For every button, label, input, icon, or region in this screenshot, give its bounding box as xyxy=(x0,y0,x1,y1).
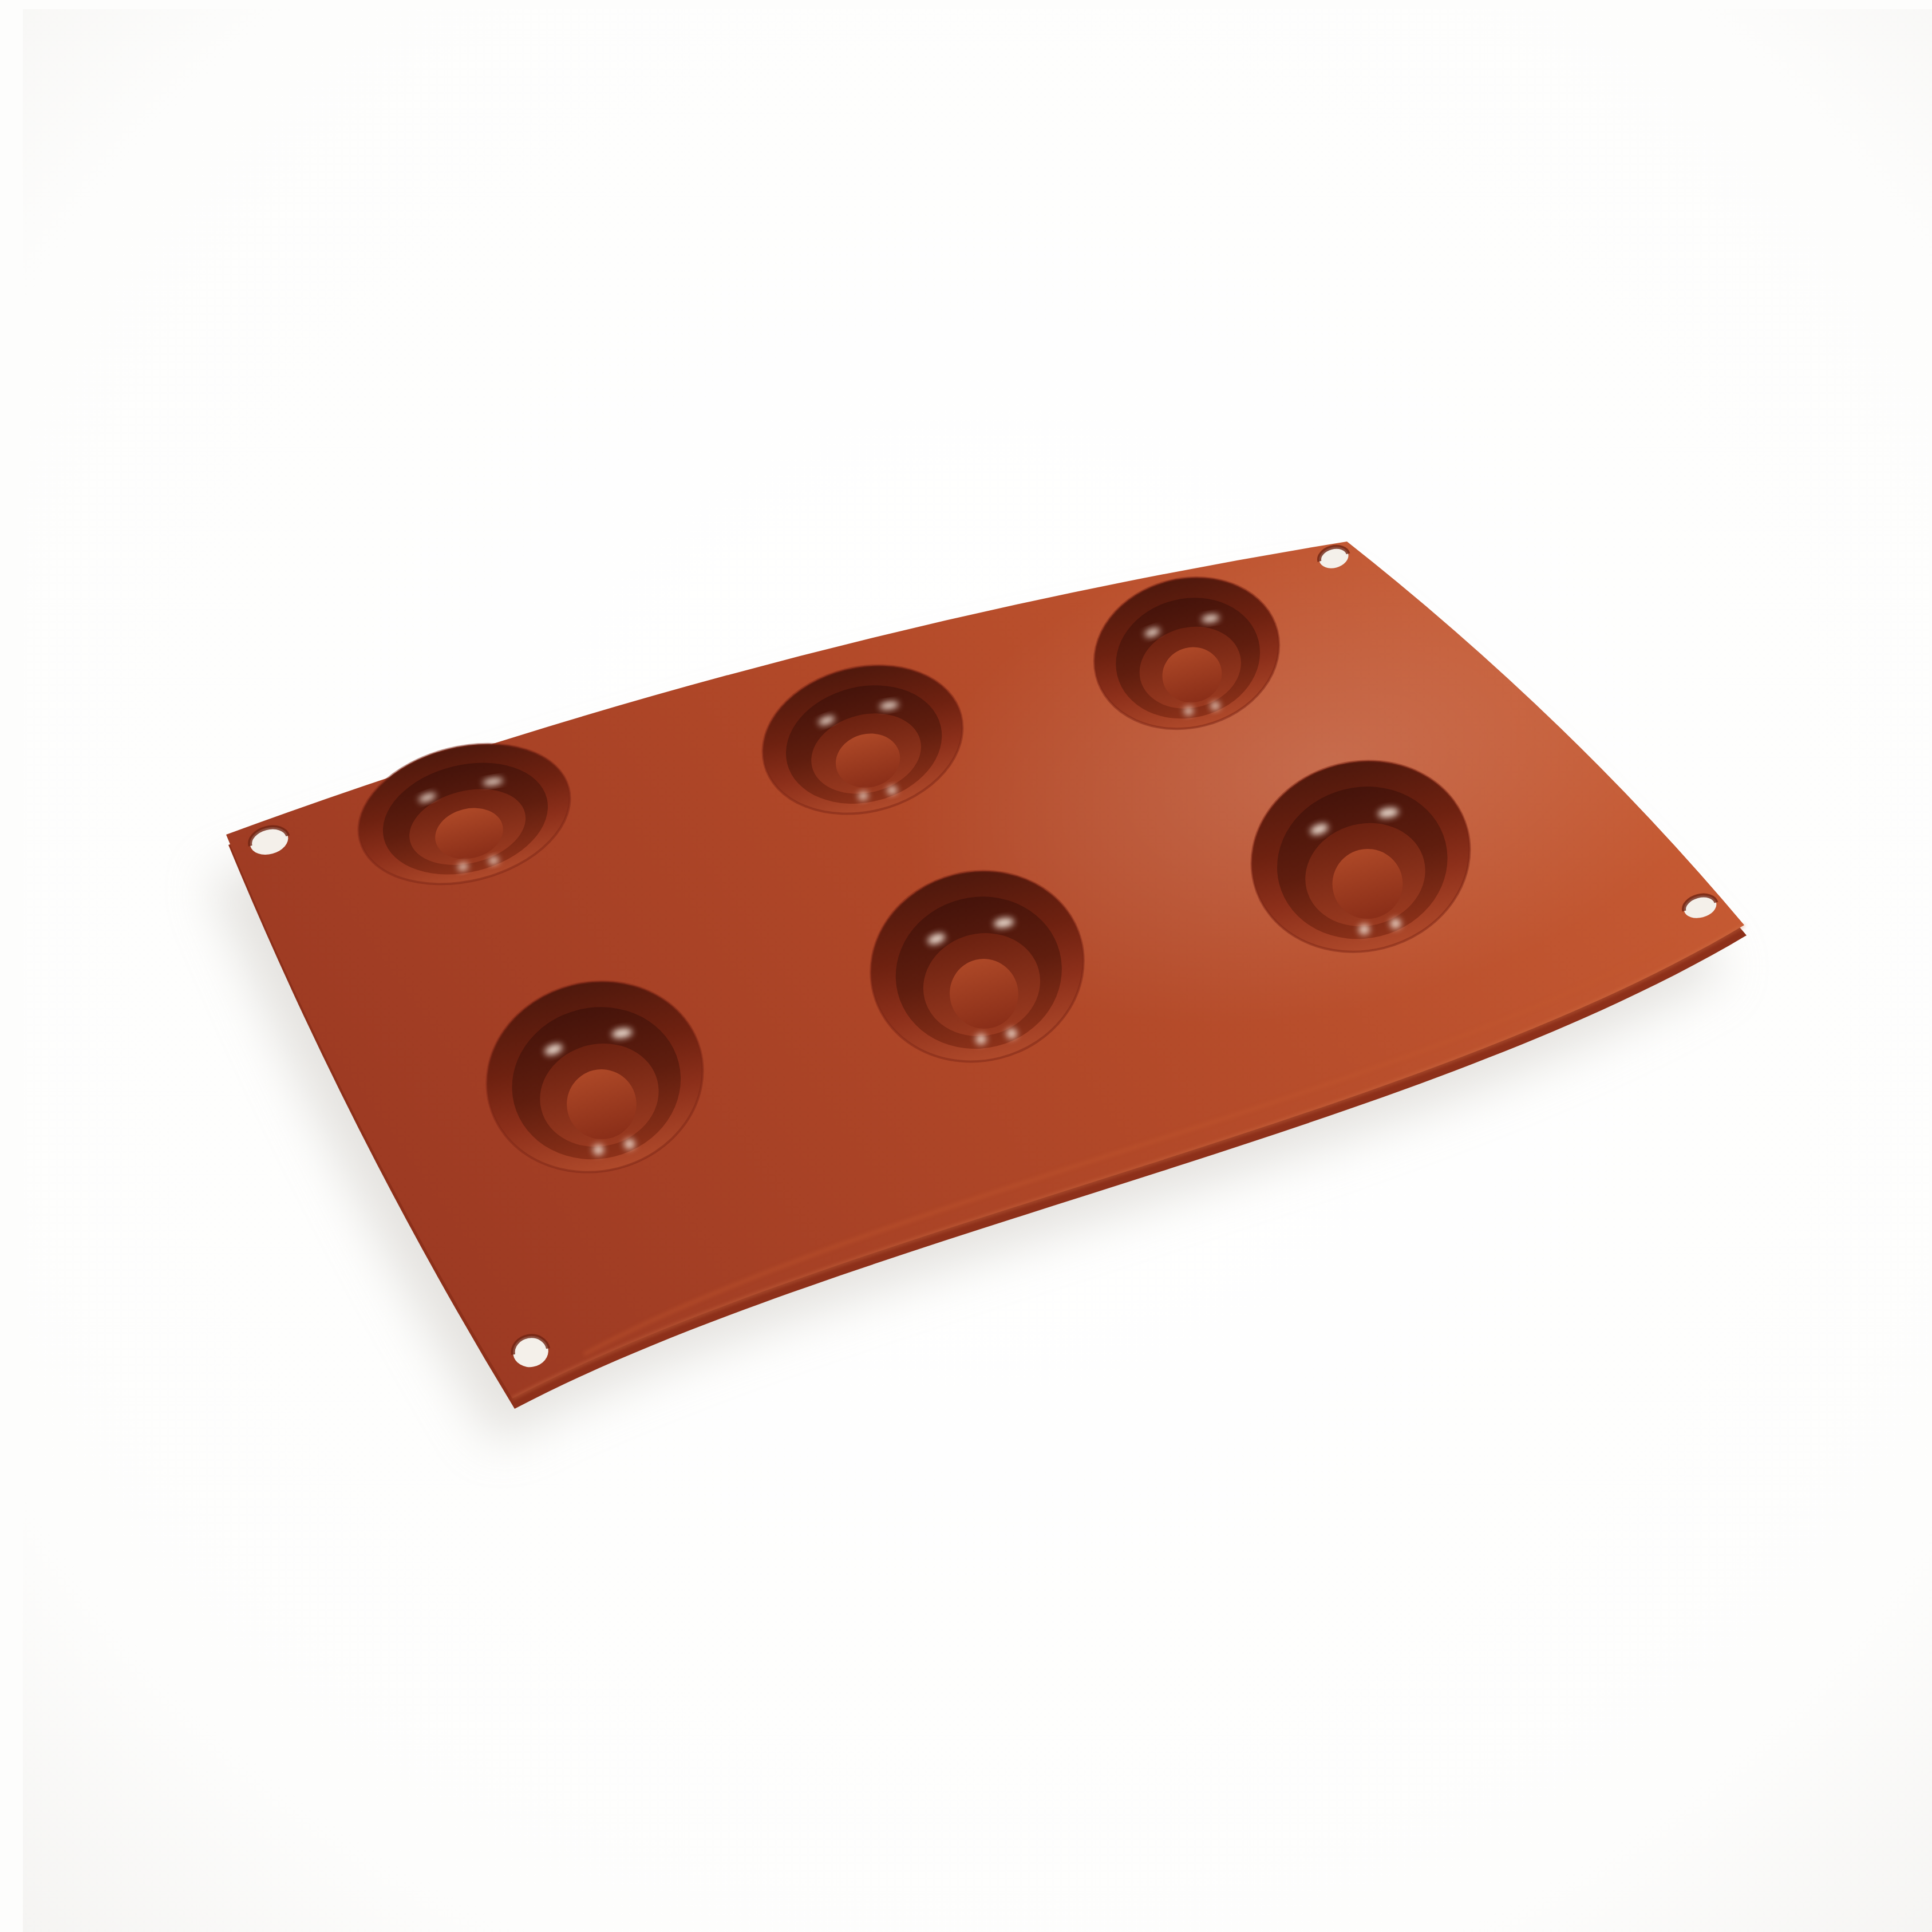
photo-svg xyxy=(23,9,1932,1932)
product-photo xyxy=(23,9,1932,1932)
